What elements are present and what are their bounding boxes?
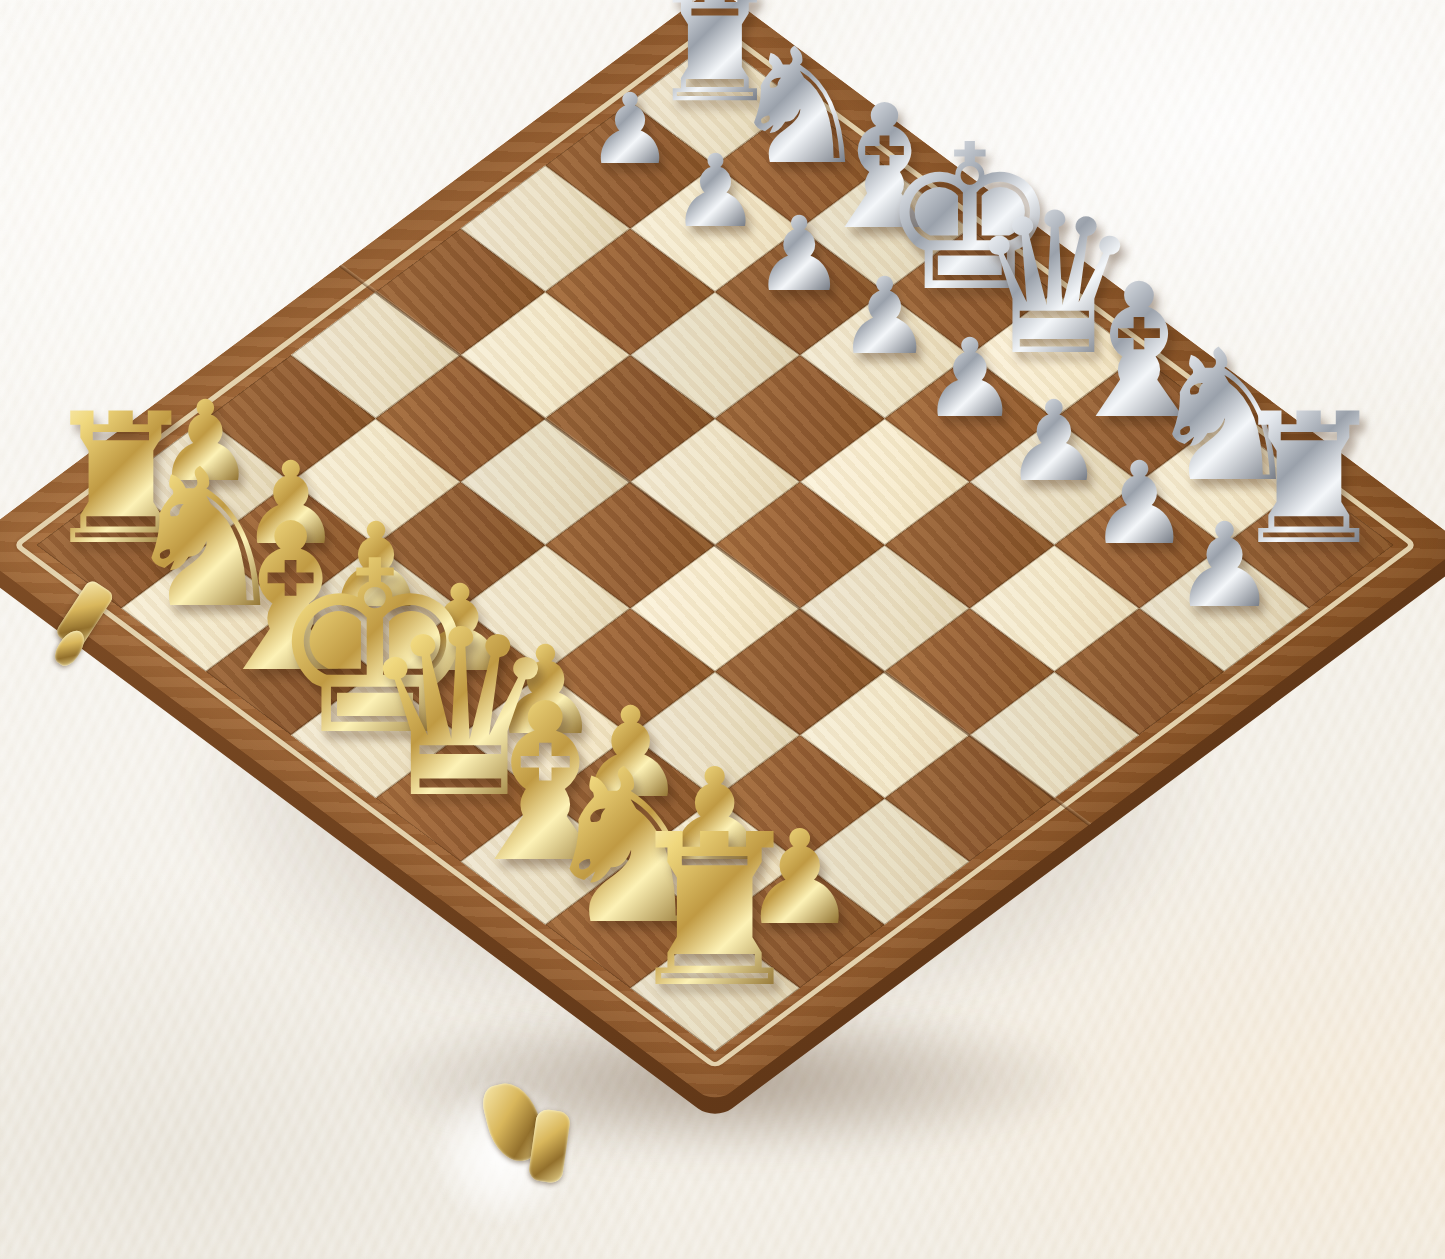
photo-scene: ♜♞♝♛♚♝♞♜♟♟♟♟♟♟♟♟♟♟♟♟♟♟♟♟♜♞♝♛♚♝♞♜ (0, 0, 1445, 1259)
piece-black-rook-a8[interactable]: ♜ (610, 807, 820, 1017)
piece-white-pawn-a2[interactable]: ♟ (1166, 508, 1283, 625)
